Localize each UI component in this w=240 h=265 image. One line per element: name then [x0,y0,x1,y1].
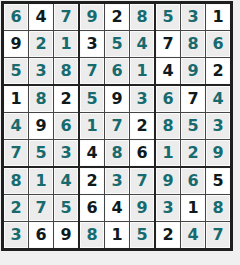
sudoku-cell-r4c1[interactable]: 1 [4,86,28,112]
sudoku-cell-r7c2: 1 [29,168,53,194]
sudoku-cell-r9c6: 5 [130,222,154,248]
sudoku-cell-r4c4: 5 [80,86,104,112]
sudoku-cell-r8c6: 9 [130,195,154,221]
sudoku-cell-r7c5: 3 [105,168,129,194]
sudoku-cell-r1c9[interactable]: 1 [206,4,230,30]
sudoku-cell-r5c7: 8 [156,113,180,139]
sudoku-box-1: 647921538 [4,4,78,84]
sudoku-cell-r2c6: 4 [130,31,154,57]
sudoku-cell-r9c1: 3 [4,222,28,248]
sudoku-cell-r9c9: 7 [206,222,230,248]
sudoku-cell-r9c7[interactable]: 2 [156,222,180,248]
sudoku-cell-r1c4: 9 [80,4,104,30]
sudoku-cell-r4c7: 6 [156,86,180,112]
sudoku-cell-r4c6: 3 [130,86,154,112]
sudoku-box-2: 928354761 [80,4,154,84]
sudoku-cell-r6c5: 8 [105,140,129,166]
sudoku-cell-r8c2: 7 [29,195,53,221]
sudoku-cell-r3c1: 5 [4,58,28,84]
sudoku-cell-r8c5[interactable]: 4 [105,195,129,221]
sudoku-cell-r2c7[interactable]: 7 [156,31,180,57]
sudoku-cell-r1c2[interactable]: 4 [29,4,53,30]
sudoku-box-9: 965318247 [156,168,230,248]
sudoku-cell-r5c2[interactable]: 9 [29,113,53,139]
sudoku-cell-r2c8: 8 [181,31,205,57]
sudoku-cell-r2c4[interactable]: 3 [80,31,104,57]
sudoku-cell-r8c1: 2 [4,195,28,221]
sudoku-board: 6479215389283547615317864921824967535931… [1,1,233,251]
sudoku-cell-r2c1[interactable]: 9 [4,31,28,57]
sudoku-cell-r2c9: 6 [206,31,230,57]
sudoku-cell-r4c5[interactable]: 9 [105,86,129,112]
sudoku-cell-r1c5[interactable]: 2 [105,4,129,30]
sudoku-cell-r1c7: 5 [156,4,180,30]
sudoku-cell-r7c1: 8 [4,168,28,194]
sudoku-cell-r8c9: 8 [206,195,230,221]
sudoku-cell-r1c8: 3 [181,4,205,30]
sudoku-box-3: 531786492 [156,4,230,84]
sudoku-box-5: 593172486 [80,86,154,166]
sudoku-cell-r9c2[interactable]: 6 [29,222,53,248]
sudoku-cell-r6c7: 1 [156,140,180,166]
sudoku-cell-r7c7: 9 [156,168,180,194]
sudoku-box-8: 237649815 [80,168,154,248]
sudoku-cell-r1c6: 8 [130,4,154,30]
sudoku-box-6: 674853129 [156,86,230,166]
sudoku-cell-r6c6[interactable]: 6 [130,140,154,166]
sudoku-cell-r6c3: 3 [54,140,78,166]
sudoku-cell-r2c5: 5 [105,31,129,57]
sudoku-box-4: 182496753 [4,86,78,166]
sudoku-cell-r3c2: 3 [29,58,53,84]
sudoku-cell-r5c6[interactable]: 2 [130,113,154,139]
sudoku-cell-r7c8: 6 [181,168,205,194]
sudoku-cell-r9c4: 8 [80,222,104,248]
sudoku-cell-r5c4: 1 [80,113,104,139]
sudoku-box-7: 814275369 [4,168,78,248]
sudoku-cell-r2c3: 1 [54,31,78,57]
sudoku-cell-r3c4: 7 [80,58,104,84]
sudoku-cell-r9c8: 4 [181,222,205,248]
sudoku-cell-r3c9[interactable]: 2 [206,58,230,84]
sudoku-cell-r8c7: 3 [156,195,180,221]
sudoku-cell-r6c9: 9 [206,140,230,166]
sudoku-cell-r5c5: 7 [105,113,129,139]
sudoku-cell-r5c3: 6 [54,113,78,139]
sudoku-cell-r4c2: 8 [29,86,53,112]
sudoku-cell-r8c3: 5 [54,195,78,221]
sudoku-cell-r1c1: 6 [4,4,28,30]
sudoku-cell-r6c2: 5 [29,140,53,166]
sudoku-cell-r7c3: 4 [54,168,78,194]
sudoku-cell-r5c9: 3 [206,113,230,139]
sudoku-cell-r9c3[interactable]: 9 [54,222,78,248]
sudoku-cell-r4c3[interactable]: 2 [54,86,78,112]
sudoku-cell-r3c3: 8 [54,58,78,84]
sudoku-cell-r4c8[interactable]: 7 [181,86,205,112]
sudoku-cell-r8c8[interactable]: 1 [181,195,205,221]
sudoku-cell-r2c2: 2 [29,31,53,57]
sudoku-cell-r8c4[interactable]: 6 [80,195,104,221]
sudoku-cell-r3c5: 6 [105,58,129,84]
sudoku-cell-r5c8: 5 [181,113,205,139]
sudoku-cell-r6c8: 2 [181,140,205,166]
sudoku-cell-r3c6: 1 [130,58,154,84]
sudoku-cell-r6c4[interactable]: 4 [80,140,104,166]
sudoku-cell-r1c3: 7 [54,4,78,30]
sudoku-cell-r5c1: 4 [4,113,28,139]
sudoku-cell-r3c8: 9 [181,58,205,84]
sudoku-cell-r3c7[interactable]: 4 [156,58,180,84]
sudoku-cell-r7c9[interactable]: 5 [206,168,230,194]
sudoku-cell-r4c9: 4 [206,86,230,112]
sudoku-cell-r7c4[interactable]: 2 [80,168,104,194]
sudoku-cell-r9c5[interactable]: 1 [105,222,129,248]
sudoku-cell-r7c6: 7 [130,168,154,194]
sudoku-cell-r6c1: 7 [4,140,28,166]
